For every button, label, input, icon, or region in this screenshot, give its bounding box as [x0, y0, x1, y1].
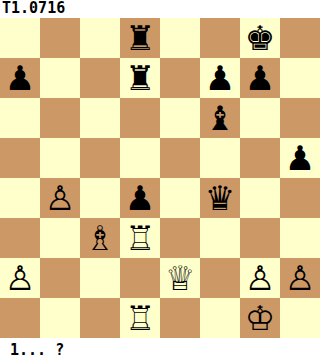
puzzle-title: T1.0716	[0, 0, 320, 18]
square-b8[interactable]	[40, 18, 80, 58]
square-d1[interactable]: ♖	[120, 298, 160, 338]
square-f3[interactable]	[200, 218, 240, 258]
chess-puzzle-app: T1.0716 ♜♚♟♜♟♟♝♟♙♟♛♗♖♙♕♙♙♖♔ 1... ?	[0, 0, 320, 360]
white-pawn-piece: ♙	[40, 178, 80, 218]
square-g3[interactable]	[240, 218, 280, 258]
square-e4[interactable]	[160, 178, 200, 218]
square-e5[interactable]	[160, 138, 200, 178]
square-f4[interactable]: ♛	[200, 178, 240, 218]
square-h7[interactable]	[280, 58, 320, 98]
square-e8[interactable]	[160, 18, 200, 58]
square-h1[interactable]	[280, 298, 320, 338]
square-e2[interactable]: ♕	[160, 258, 200, 298]
black-king-piece: ♚	[240, 18, 280, 58]
square-c3[interactable]: ♗	[80, 218, 120, 258]
white-rook-piece: ♖	[120, 218, 160, 258]
square-g6[interactable]	[240, 98, 280, 138]
chess-board: ♜♚♟♜♟♟♝♟♙♟♛♗♖♙♕♙♙♖♔	[0, 18, 320, 338]
square-a4[interactable]	[0, 178, 40, 218]
square-h3[interactable]	[280, 218, 320, 258]
square-d6[interactable]	[120, 98, 160, 138]
square-d3[interactable]: ♖	[120, 218, 160, 258]
square-d4[interactable]: ♟	[120, 178, 160, 218]
square-h5[interactable]: ♟	[280, 138, 320, 178]
square-b2[interactable]	[40, 258, 80, 298]
square-a3[interactable]	[0, 218, 40, 258]
square-g5[interactable]	[240, 138, 280, 178]
square-b4[interactable]: ♙	[40, 178, 80, 218]
square-g8[interactable]: ♚	[240, 18, 280, 58]
black-pawn-piece: ♟	[280, 138, 320, 178]
black-rook-piece: ♜	[120, 58, 160, 98]
square-h2[interactable]: ♙	[280, 258, 320, 298]
black-bishop-piece: ♝	[200, 98, 240, 138]
white-queen-piece: ♕	[160, 258, 200, 298]
black-pawn-piece: ♟	[240, 58, 280, 98]
square-c1[interactable]	[80, 298, 120, 338]
square-b1[interactable]	[40, 298, 80, 338]
square-c4[interactable]	[80, 178, 120, 218]
white-king-piece: ♔	[240, 298, 280, 338]
square-c2[interactable]	[80, 258, 120, 298]
black-pawn-piece: ♟	[200, 58, 240, 98]
square-d8[interactable]: ♜	[120, 18, 160, 58]
square-a5[interactable]	[0, 138, 40, 178]
white-pawn-piece: ♙	[280, 258, 320, 298]
square-f2[interactable]	[200, 258, 240, 298]
square-g4[interactable]	[240, 178, 280, 218]
square-a2[interactable]: ♙	[0, 258, 40, 298]
black-queen-piece: ♛	[200, 178, 240, 218]
white-pawn-piece: ♙	[0, 258, 40, 298]
square-c6[interactable]	[80, 98, 120, 138]
square-a7[interactable]: ♟	[0, 58, 40, 98]
move-prompt: 1... ?	[0, 338, 320, 360]
black-pawn-piece: ♟	[120, 178, 160, 218]
square-d2[interactable]	[120, 258, 160, 298]
square-f8[interactable]	[200, 18, 240, 58]
square-h8[interactable]	[280, 18, 320, 58]
black-pawn-piece: ♟	[0, 58, 40, 98]
square-a6[interactable]	[0, 98, 40, 138]
square-g1[interactable]: ♔	[240, 298, 280, 338]
square-h4[interactable]	[280, 178, 320, 218]
square-c8[interactable]	[80, 18, 120, 58]
square-g7[interactable]: ♟	[240, 58, 280, 98]
square-e3[interactable]	[160, 218, 200, 258]
square-e6[interactable]	[160, 98, 200, 138]
square-e1[interactable]	[160, 298, 200, 338]
square-f5[interactable]	[200, 138, 240, 178]
square-e7[interactable]	[160, 58, 200, 98]
square-b5[interactable]	[40, 138, 80, 178]
square-c7[interactable]	[80, 58, 120, 98]
square-b3[interactable]	[40, 218, 80, 258]
square-d5[interactable]	[120, 138, 160, 178]
square-a1[interactable]	[0, 298, 40, 338]
square-f6[interactable]: ♝	[200, 98, 240, 138]
square-g2[interactable]: ♙	[240, 258, 280, 298]
square-b7[interactable]	[40, 58, 80, 98]
white-bishop-piece: ♗	[80, 218, 120, 258]
square-f1[interactable]	[200, 298, 240, 338]
white-rook-piece: ♖	[120, 298, 160, 338]
square-h6[interactable]	[280, 98, 320, 138]
black-rook-piece: ♜	[120, 18, 160, 58]
white-pawn-piece: ♙	[240, 258, 280, 298]
square-f7[interactable]: ♟	[200, 58, 240, 98]
square-a8[interactable]	[0, 18, 40, 58]
square-d7[interactable]: ♜	[120, 58, 160, 98]
square-b6[interactable]	[40, 98, 80, 138]
square-c5[interactable]	[80, 138, 120, 178]
